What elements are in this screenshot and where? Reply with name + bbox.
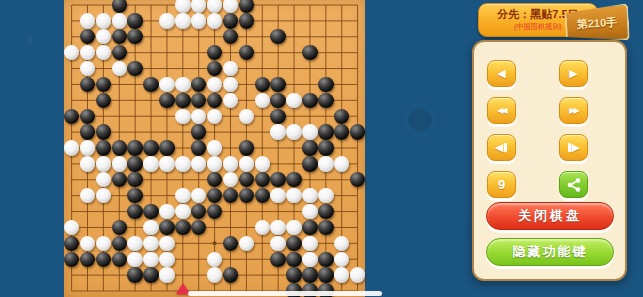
black-stone [191,140,206,155]
black-stone [302,45,317,60]
black-stone [223,13,238,28]
black-stone [318,204,333,219]
white-stone [207,156,222,171]
white-stone [239,236,254,251]
white-stone [143,236,158,251]
black-stone [223,267,238,282]
white-stone [302,236,317,251]
black-stone [127,188,142,203]
white-stone [302,204,317,219]
white-stone [286,220,301,235]
white-stone [334,156,349,171]
white-stone [286,124,301,139]
black-stone [80,252,95,267]
white-stone [112,156,127,171]
black-stone [318,220,333,235]
white-stone [143,220,158,235]
count-button[interactable]: 9 [487,171,516,198]
white-stone [112,61,127,76]
black-stone [318,252,333,267]
white-stone [286,188,301,203]
black-stone [159,140,174,155]
black-stone [159,220,174,235]
black-stone [96,124,111,139]
white-stone [207,140,222,155]
move-number-text: 第210手 [576,15,617,32]
black-stone [350,124,365,139]
next-move-button[interactable]: ▶ [559,60,588,87]
black-stone [159,93,174,108]
white-stone [350,267,365,282]
black-stone [286,267,301,282]
white-stone [207,267,222,282]
app-screen: 分先：黑贴7.5目 (中国围棋规则) 第210手 ◀ ▶ ◀◀ ▶▶ ◀ ▶ 9 [0,0,643,297]
control-panel: ◀ ▶ ◀◀ ▶▶ ◀ ▶ 9 关闭棋 [472,40,627,281]
white-stone [175,77,190,92]
black-stone [80,124,95,139]
white-stone [207,109,222,124]
white-stone [175,109,190,124]
count-number: 9 [498,177,505,192]
white-stone [80,236,95,251]
black-stone [80,109,95,124]
white-stone [64,140,79,155]
black-stone [270,93,285,108]
white-stone [80,140,95,155]
white-stone [175,156,190,171]
hide-buttons-label: 隐藏功能键 [513,243,588,261]
fast-forward-button[interactable]: ▶▶ [559,97,588,124]
black-stone [302,93,317,108]
step-back-bar-icon [504,143,507,152]
fast-forward-icon: ▶▶ [569,107,577,115]
black-stone [270,109,285,124]
white-stone [255,220,270,235]
white-stone [80,156,95,171]
black-stone [143,204,158,219]
white-stone [127,252,142,267]
close-board-button[interactable]: 关闭棋盘 [486,202,614,230]
black-stone [112,220,127,235]
white-stone [143,252,158,267]
white-stone [112,13,127,28]
black-stone [96,252,111,267]
white-stone [143,156,158,171]
white-stone [175,0,190,13]
black-stone [143,267,158,282]
black-stone [239,140,254,155]
black-stone [223,236,238,251]
black-stone [112,0,127,13]
black-stone [127,140,142,155]
black-stone [239,13,254,28]
black-stone [270,77,285,92]
white-stone [302,252,317,267]
white-stone [175,188,190,203]
black-stone [127,267,142,282]
white-stone [239,109,254,124]
step-forward-bar-icon [568,143,571,152]
white-stone [127,236,142,251]
black-stone [318,267,333,282]
black-stone [64,252,79,267]
white-stone [159,77,174,92]
black-stone [127,61,142,76]
white-stone [159,267,174,282]
black-stone [334,124,349,139]
white-stone [255,93,270,108]
step-back-button[interactable]: ◀ [487,134,516,161]
black-stone [96,77,111,92]
white-stone [159,236,174,251]
go-board[interactable] [64,0,365,297]
black-stone [302,140,317,155]
black-stone [64,109,79,124]
black-stone [318,124,333,139]
white-stone [223,93,238,108]
white-stone [270,188,285,203]
black-stone [112,236,127,251]
white-stone [96,13,111,28]
white-stone [270,220,285,235]
white-stone [318,188,333,203]
white-stone [96,236,111,251]
black-stone [302,156,317,171]
black-stone [318,140,333,155]
white-stone [239,156,254,171]
fast-backward-button[interactable]: ◀◀ [487,97,516,124]
white-stone [96,156,111,171]
black-stone [175,220,190,235]
black-stone [302,267,317,282]
black-stone [112,252,127,267]
white-stone [270,236,285,251]
black-stone [96,140,111,155]
black-stone [143,140,158,155]
white-stone [286,93,301,108]
black-stone [239,0,254,13]
share-button[interactable] [559,171,588,198]
close-board-label: 关闭棋盘 [518,207,582,225]
next-arrow-icon: ▶ [569,68,577,79]
black-stone [286,236,301,251]
white-stone [159,252,174,267]
white-stone [318,156,333,171]
black-stone [318,77,333,92]
step-forward-icon: ▶ [572,142,580,153]
share-icon [566,177,582,193]
white-stone [223,156,238,171]
prev-move-button[interactable]: ◀ [487,60,516,87]
black-stone [191,124,206,139]
hide-buttons-button[interactable]: 隐藏功能键 [486,238,614,266]
fast-backward-icon: ◀◀ [497,107,505,115]
black-stone [127,204,142,219]
white-stone [207,13,222,28]
black-stone [255,77,270,92]
white-stone [80,13,95,28]
home-indicator-bar [188,291,382,296]
white-stone [175,13,190,28]
white-stone [207,252,222,267]
white-stone [191,156,206,171]
white-stone [270,124,285,139]
black-stone [96,93,111,108]
black-stone [318,93,333,108]
white-stone [191,13,206,28]
white-stone [255,156,270,171]
step-back-icon: ◀ [495,142,503,153]
white-stone [302,188,317,203]
white-stone [302,124,317,139]
white-stone [159,156,174,171]
white-stone [159,204,174,219]
step-forward-button[interactable]: ▶ [559,134,588,161]
white-stone [159,13,174,28]
black-stone [270,252,285,267]
black-stone [175,93,190,108]
black-stone [112,140,127,155]
black-stone [127,156,142,171]
black-stone [286,252,301,267]
black-stone [127,13,142,28]
white-stone [175,204,190,219]
prev-arrow-icon: ◀ [497,68,505,79]
black-stone [143,77,158,92]
black-stone [302,220,317,235]
